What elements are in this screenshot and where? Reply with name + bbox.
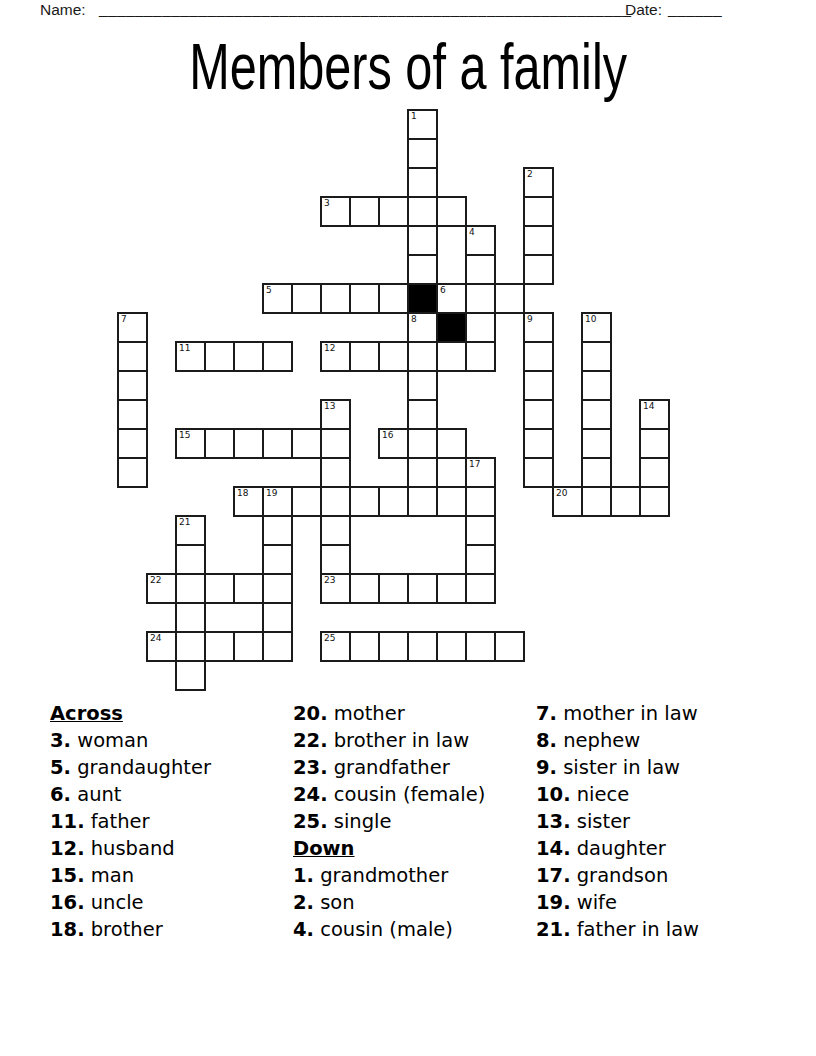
worksheet-page: Name: __________________________________… bbox=[0, 0, 816, 1056]
cell-number: 1 bbox=[411, 111, 417, 121]
clue-text: mother in law bbox=[557, 702, 698, 725]
grid-cell[interactable] bbox=[378, 573, 409, 604]
clue-item: 18. brother bbox=[50, 916, 211, 943]
grid-cell[interactable] bbox=[320, 544, 351, 575]
grid-cell[interactable] bbox=[233, 428, 264, 459]
grid-cell[interactable]: 11 bbox=[175, 341, 206, 372]
cell-number: 2 bbox=[527, 169, 533, 179]
grid-cell[interactable]: 5 bbox=[262, 283, 293, 314]
grid-cell[interactable]: 20 bbox=[552, 486, 583, 517]
cell-number: 7 bbox=[121, 314, 127, 324]
grid-cell[interactable] bbox=[320, 486, 351, 517]
grid-cell[interactable] bbox=[262, 631, 293, 662]
grid-cell[interactable] bbox=[407, 370, 438, 401]
grid-cell[interactable] bbox=[436, 573, 467, 604]
grid-cell[interactable] bbox=[175, 573, 206, 604]
grid-cell[interactable]: 14 bbox=[639, 399, 670, 430]
clue-item: 12. husband bbox=[50, 835, 211, 862]
grid-cell[interactable] bbox=[407, 167, 438, 198]
grid-cell[interactable] bbox=[523, 225, 554, 256]
grid-cell[interactable] bbox=[378, 196, 409, 227]
grid-cell[interactable] bbox=[639, 428, 670, 459]
clue-item: 15. man bbox=[50, 862, 211, 889]
grid-cell[interactable] bbox=[175, 660, 206, 691]
grid-cell[interactable] bbox=[233, 631, 264, 662]
cell-number: 11 bbox=[179, 343, 190, 353]
grid-cell[interactable] bbox=[320, 457, 351, 488]
clue-text: nephew bbox=[557, 729, 640, 752]
cell-number: 16 bbox=[382, 430, 393, 440]
clue-item: 6. aunt bbox=[50, 781, 211, 808]
clue-text: woman bbox=[71, 729, 148, 752]
clue-item: 8. nephew bbox=[536, 727, 699, 754]
grid-cell[interactable] bbox=[262, 428, 293, 459]
cell-number: 17 bbox=[469, 459, 480, 469]
clue-number: 6. bbox=[50, 783, 71, 806]
grid-cell[interactable]: 6 bbox=[436, 283, 467, 314]
clue-number: 21. bbox=[536, 918, 571, 941]
clue-number: 4. bbox=[293, 918, 314, 941]
clue-text: father bbox=[85, 810, 150, 833]
grid-cell[interactable]: 24 bbox=[146, 631, 177, 662]
clue-text: niece bbox=[571, 783, 630, 806]
cell-number: 12 bbox=[324, 343, 335, 353]
grid-cell[interactable] bbox=[204, 428, 235, 459]
clue-number: 18. bbox=[50, 918, 85, 941]
grid-cell[interactable]: 21 bbox=[175, 515, 206, 546]
clue-text: aunt bbox=[71, 783, 122, 806]
grid-cell[interactable] bbox=[349, 196, 380, 227]
clue-text: cousin (male) bbox=[314, 918, 453, 941]
grid-cell[interactable] bbox=[436, 428, 467, 459]
grid-cell[interactable] bbox=[175, 602, 206, 633]
clue-text: father in law bbox=[571, 918, 700, 941]
grid-cell[interactable] bbox=[465, 341, 496, 372]
grid-cell[interactable] bbox=[262, 573, 293, 604]
grid-cell[interactable] bbox=[349, 486, 380, 517]
clue-text: husband bbox=[85, 837, 175, 860]
clue-item: 4. cousin (male) bbox=[293, 916, 485, 943]
grid-cell[interactable] bbox=[610, 486, 641, 517]
grid-cell[interactable] bbox=[378, 283, 409, 314]
grid-cell[interactable] bbox=[407, 428, 438, 459]
clue-text: cousin (female) bbox=[328, 783, 486, 806]
grid-cell[interactable] bbox=[494, 631, 525, 662]
grid-cell[interactable] bbox=[378, 486, 409, 517]
grid-cell[interactable] bbox=[175, 544, 206, 575]
grid-cell[interactable]: 8 bbox=[407, 312, 438, 343]
clue-text: sister in law bbox=[557, 756, 680, 779]
grid-cell[interactable] bbox=[436, 631, 467, 662]
grid-cell[interactable] bbox=[523, 399, 554, 430]
grid-cell[interactable] bbox=[465, 544, 496, 575]
grid-cell[interactable] bbox=[581, 457, 612, 488]
cell-number: 5 bbox=[266, 285, 272, 295]
clue-item: 25. single bbox=[293, 808, 485, 835]
cell-number: 6 bbox=[440, 285, 446, 295]
grid-cell[interactable] bbox=[465, 283, 496, 314]
grid-cell[interactable]: 23 bbox=[320, 573, 351, 604]
grid-cell[interactable] bbox=[523, 428, 554, 459]
grid-cell[interactable] bbox=[349, 631, 380, 662]
clue-item: 17. grandson bbox=[536, 862, 699, 889]
clue-number: 15. bbox=[50, 864, 85, 887]
grid-cell[interactable] bbox=[378, 631, 409, 662]
clue-number: 1. bbox=[293, 864, 314, 887]
grid-cell[interactable] bbox=[204, 341, 235, 372]
clue-section-header: Down bbox=[293, 835, 485, 862]
grid-cell[interactable] bbox=[494, 283, 525, 314]
clue-item: 5. grandaughter bbox=[50, 754, 211, 781]
grid-cell[interactable]: 4 bbox=[465, 225, 496, 256]
grid-cell[interactable] bbox=[465, 515, 496, 546]
grid-cell[interactable] bbox=[465, 312, 496, 343]
grid-cell[interactable]: 25 bbox=[320, 631, 351, 662]
grid-cell[interactable] bbox=[262, 341, 293, 372]
grid-cell[interactable] bbox=[523, 341, 554, 372]
grid-cell[interactable] bbox=[465, 573, 496, 604]
clue-text: man bbox=[85, 864, 135, 887]
grid-cell[interactable]: 7 bbox=[117, 312, 148, 343]
clue-item: 3. woman bbox=[50, 727, 211, 754]
clue-text: grandfather bbox=[328, 756, 450, 779]
clue-number: 17. bbox=[536, 864, 571, 887]
clue-item: 14. daughter bbox=[536, 835, 699, 862]
grid-cell[interactable] bbox=[117, 428, 148, 459]
cell-number: 10 bbox=[585, 314, 596, 324]
grid-cell[interactable] bbox=[407, 631, 438, 662]
grid-cell[interactable] bbox=[291, 428, 322, 459]
clue-text: grandson bbox=[571, 864, 669, 887]
clue-item: 16. uncle bbox=[50, 889, 211, 916]
grid-cell[interactable]: 15 bbox=[175, 428, 206, 459]
cell-number: 18 bbox=[237, 488, 248, 498]
grid-cell[interactable]: 9 bbox=[523, 312, 554, 343]
cell-number: 20 bbox=[556, 488, 567, 498]
grid-cell[interactable] bbox=[349, 573, 380, 604]
clue-text: mother bbox=[328, 702, 405, 725]
clue-item: 1. grandmother bbox=[293, 862, 485, 889]
cell-number: 14 bbox=[643, 401, 654, 411]
grid-cell[interactable]: 2 bbox=[523, 167, 554, 198]
clue-text: grandmother bbox=[314, 864, 448, 887]
clue-number: 10. bbox=[536, 783, 571, 806]
grid-cell[interactable] bbox=[523, 370, 554, 401]
grid-cell[interactable] bbox=[581, 370, 612, 401]
grid-cell[interactable]: 12 bbox=[320, 341, 351, 372]
clue-item: 2. son bbox=[293, 889, 485, 916]
grid-cell[interactable] bbox=[204, 631, 235, 662]
grid-cell[interactable]: 10 bbox=[581, 312, 612, 343]
name-label: Name: bbox=[40, 1, 86, 19]
clue-number: 7. bbox=[536, 702, 557, 725]
clue-text: son bbox=[314, 891, 355, 914]
grid-cell[interactable]: 19 bbox=[262, 486, 293, 517]
clue-number: 24. bbox=[293, 783, 328, 806]
grid-cell[interactable] bbox=[407, 225, 438, 256]
grid-cell[interactable] bbox=[407, 573, 438, 604]
grid-cell[interactable] bbox=[581, 486, 612, 517]
clue-column: 20. mother22. brother in law23. grandfat… bbox=[293, 700, 485, 943]
grid-cell[interactable] bbox=[320, 283, 351, 314]
cell-number: 4 bbox=[469, 227, 475, 237]
grid-cell[interactable] bbox=[407, 341, 438, 372]
grid-cell[interactable] bbox=[117, 457, 148, 488]
clue-text: grandaughter bbox=[71, 756, 211, 779]
cell-number: 19 bbox=[266, 488, 277, 498]
grid-cell[interactable] bbox=[407, 457, 438, 488]
cell-number: 8 bbox=[411, 314, 417, 324]
clue-item: 19. wife bbox=[536, 889, 699, 916]
clue-number: 12. bbox=[50, 837, 85, 860]
grid-cell[interactable] bbox=[175, 631, 206, 662]
clue-number: 25. bbox=[293, 810, 328, 833]
clue-number: 13. bbox=[536, 810, 571, 833]
clue-text: wife bbox=[571, 891, 617, 914]
clue-text: single bbox=[328, 810, 392, 833]
clue-text: brother in law bbox=[328, 729, 470, 752]
grid-cell[interactable] bbox=[262, 602, 293, 633]
clue-item: 10. niece bbox=[536, 781, 699, 808]
name-blank-line[interactable]: ________________________________________… bbox=[99, 0, 631, 18]
grid-cell[interactable] bbox=[581, 428, 612, 459]
clue-number: 22. bbox=[293, 729, 328, 752]
grid-cell[interactable] bbox=[523, 196, 554, 227]
clue-number: 8. bbox=[536, 729, 557, 752]
cell-number: 13 bbox=[324, 401, 335, 411]
grid-cell[interactable] bbox=[407, 486, 438, 517]
cell-number: 15 bbox=[179, 430, 190, 440]
grid-cell[interactable] bbox=[436, 196, 467, 227]
grid-cell[interactable]: 17 bbox=[465, 457, 496, 488]
grid-cell[interactable]: 22 bbox=[146, 573, 177, 604]
grid-cell[interactable]: 1 bbox=[407, 109, 438, 140]
grid-cell[interactable] bbox=[581, 341, 612, 372]
grid-cell[interactable] bbox=[407, 196, 438, 227]
clue-column: Across3. woman5. grandaughter6. aunt11. … bbox=[50, 700, 211, 943]
clue-text: daughter bbox=[571, 837, 666, 860]
clue-text: uncle bbox=[85, 891, 144, 914]
clue-item: 20. mother bbox=[293, 700, 485, 727]
clue-item: 13. sister bbox=[536, 808, 699, 835]
grid-cell[interactable] bbox=[639, 457, 670, 488]
cell-number: 9 bbox=[527, 314, 533, 324]
grid-cell[interactable]: 13 bbox=[320, 399, 351, 430]
grid-cell[interactable] bbox=[349, 283, 380, 314]
grid-cell[interactable] bbox=[465, 631, 496, 662]
clue-section-header: Across bbox=[50, 700, 211, 727]
page-title: Members of a family bbox=[0, 30, 816, 104]
grid-cell[interactable] bbox=[204, 573, 235, 604]
grid-cell[interactable] bbox=[117, 370, 148, 401]
cell-number: 25 bbox=[324, 633, 335, 643]
clue-item: 21. father in law bbox=[536, 916, 699, 943]
black-cell bbox=[407, 283, 438, 314]
grid-cell[interactable] bbox=[349, 341, 380, 372]
grid-cell[interactable] bbox=[581, 399, 612, 430]
grid-cell[interactable] bbox=[291, 486, 322, 517]
clue-item: 9. sister in law bbox=[536, 754, 699, 781]
clue-number: 9. bbox=[536, 756, 557, 779]
clue-number: 14. bbox=[536, 837, 571, 860]
cell-number: 23 bbox=[324, 575, 335, 585]
grid-cell[interactable] bbox=[233, 341, 264, 372]
date-label: Date: bbox=[625, 1, 662, 19]
cell-number: 3 bbox=[324, 198, 330, 208]
clue-item: 7. mother in law bbox=[536, 700, 699, 727]
grid-cell[interactable] bbox=[117, 399, 148, 430]
grid-cell[interactable] bbox=[117, 341, 148, 372]
grid-cell[interactable] bbox=[320, 515, 351, 546]
grid-cell[interactable] bbox=[320, 428, 351, 459]
clue-number: 5. bbox=[50, 756, 71, 779]
grid-cell[interactable]: 16 bbox=[378, 428, 409, 459]
clue-number: 2. bbox=[293, 891, 314, 914]
grid-cell[interactable] bbox=[233, 573, 264, 604]
grid-cell[interactable] bbox=[378, 341, 409, 372]
clue-text: sister bbox=[571, 810, 631, 833]
clue-number: 3. bbox=[50, 729, 71, 752]
grid-cell[interactable]: 18 bbox=[233, 486, 264, 517]
clue-text: brother bbox=[85, 918, 163, 941]
grid-cell[interactable] bbox=[407, 254, 438, 285]
grid-cell[interactable] bbox=[523, 254, 554, 285]
clue-number: 19. bbox=[536, 891, 571, 914]
grid-cell[interactable] bbox=[262, 544, 293, 575]
clue-item: 22. brother in law bbox=[293, 727, 485, 754]
grid-cell[interactable]: 3 bbox=[320, 196, 351, 227]
date-blank-line[interactable]: ______ bbox=[668, 0, 722, 18]
grid-cell[interactable] bbox=[436, 486, 467, 517]
grid-cell[interactable] bbox=[436, 341, 467, 372]
clue-number: 11. bbox=[50, 810, 85, 833]
grid-cell[interactable] bbox=[465, 486, 496, 517]
clue-item: 24. cousin (female) bbox=[293, 781, 485, 808]
grid-cell[interactable] bbox=[523, 457, 554, 488]
cell-number: 21 bbox=[179, 517, 190, 527]
cell-number: 22 bbox=[150, 575, 161, 585]
clue-column: 7. mother in law8. nephew9. sister in la… bbox=[536, 700, 699, 943]
clue-item: 11. father bbox=[50, 808, 211, 835]
clue-item: 23. grandfather bbox=[293, 754, 485, 781]
clue-number: 16. bbox=[50, 891, 85, 914]
grid-cell[interactable] bbox=[639, 486, 670, 517]
grid-cell[interactable] bbox=[291, 283, 322, 314]
black-cell bbox=[436, 312, 467, 343]
grid-cell[interactable] bbox=[465, 254, 496, 285]
clue-number: 23. bbox=[293, 756, 328, 779]
grid-cell[interactable] bbox=[407, 138, 438, 169]
cell-number: 24 bbox=[150, 633, 161, 643]
grid-cell[interactable] bbox=[407, 399, 438, 430]
clue-number: 20. bbox=[293, 702, 328, 725]
grid-cell[interactable] bbox=[262, 515, 293, 546]
